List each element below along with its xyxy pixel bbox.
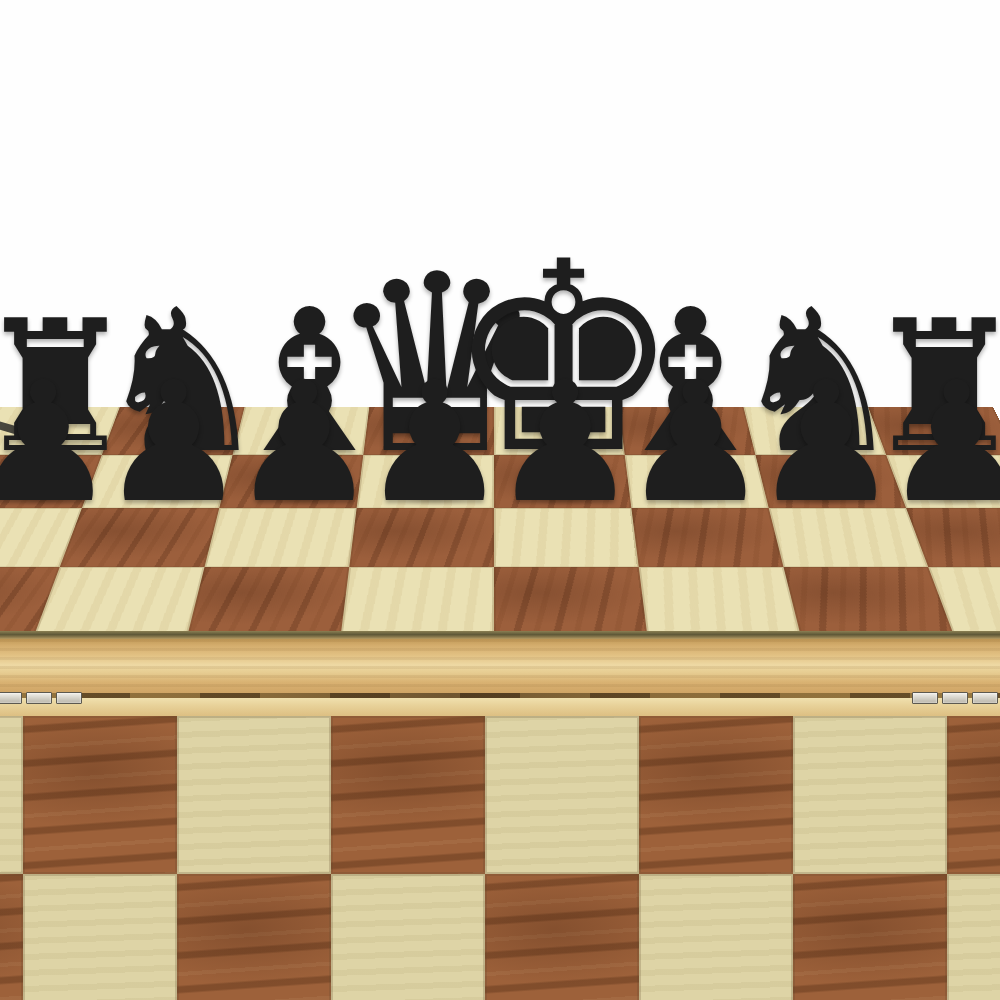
hinge-plate [56, 692, 82, 704]
piece-black-pawn-c7[interactable]: ♟ [230, 360, 379, 526]
piece-black-pawn-f7[interactable]: ♟ [621, 360, 770, 526]
hinge-plate [972, 692, 998, 704]
pieces-layer: ♜♞♝♛♚♝♞♜♟♟♟♟♟♟♟♟ [0, 0, 1000, 1000]
piece-black-pawn-e7[interactable]: ♟ [491, 360, 640, 526]
hinge-left [0, 692, 82, 703]
scene: ♜♞♝♛♚♝♞♜♟♟♟♟♟♟♟♟ [0, 0, 1000, 1000]
piece-black-pawn-d7[interactable]: ♟ [360, 360, 509, 526]
hinge-plate [912, 692, 938, 704]
hinge-plate [26, 692, 52, 704]
piece-black-pawn-g7[interactable]: ♟ [752, 360, 901, 526]
piece-black-pawn-h7[interactable]: ♟ [882, 360, 1000, 526]
hinge-right [912, 692, 998, 703]
hinge-plate [942, 692, 968, 704]
hinge-plate [0, 692, 22, 704]
piece-black-pawn-b7[interactable]: ♟ [99, 360, 248, 526]
